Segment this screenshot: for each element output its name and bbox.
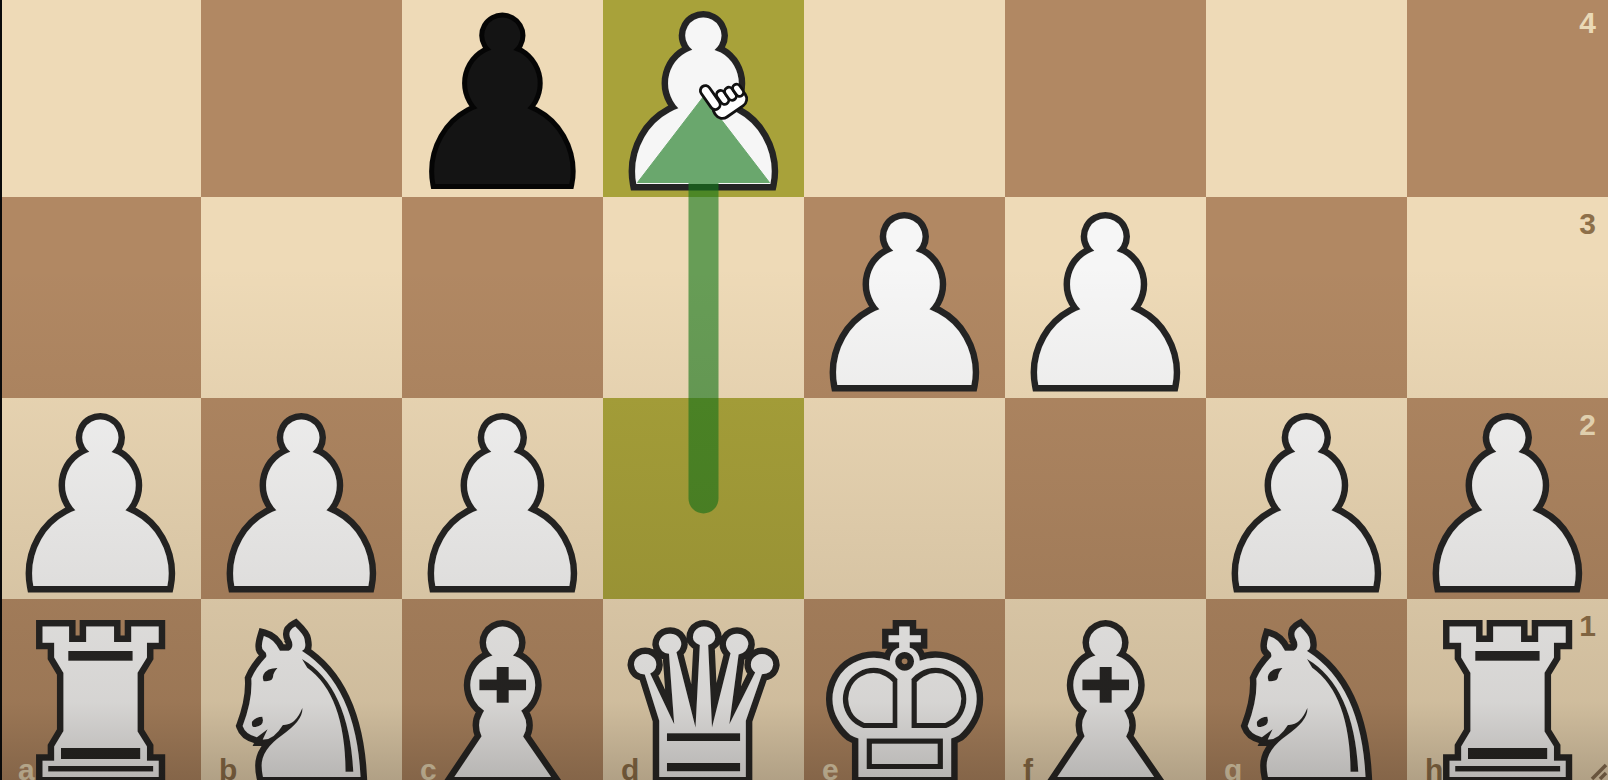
square-f4[interactable] xyxy=(1005,0,1206,197)
square-c4[interactable]: ♟ xyxy=(402,0,603,197)
chess-board[interactable]: ♟♟4♟♟3♟♟♟♟♟2♜a♞b♝c♛d♚e♝f♞g♜1h xyxy=(0,0,1608,780)
white-pawn[interactable]: ♟ xyxy=(402,406,603,607)
square-b4[interactable] xyxy=(201,0,402,197)
square-e3[interactable]: ♟ xyxy=(804,197,1005,398)
square-h2[interactable]: ♟2 xyxy=(1407,398,1608,599)
square-a1[interactable]: ♜a xyxy=(0,599,201,780)
square-a2[interactable]: ♟ xyxy=(0,398,201,599)
file-label-f: f xyxy=(1023,755,1033,780)
square-d4[interactable]: ♟ xyxy=(603,0,804,197)
file-label-h: h xyxy=(1425,755,1443,780)
white-pawn[interactable]: ♟ xyxy=(603,4,804,205)
file-label-d: d xyxy=(621,755,639,780)
square-d1[interactable]: ♛d xyxy=(603,599,804,780)
white-pawn[interactable]: ♟ xyxy=(1005,205,1206,406)
square-a4[interactable] xyxy=(0,0,201,197)
square-g1[interactable]: ♞g xyxy=(1206,599,1407,780)
square-e4[interactable] xyxy=(804,0,1005,197)
file-label-e: e xyxy=(822,755,839,780)
square-d2[interactable] xyxy=(603,398,804,599)
letterbox-edge xyxy=(0,0,2,780)
square-b3[interactable] xyxy=(201,197,402,398)
white-bishop[interactable]: ♝ xyxy=(1005,605,1206,780)
white-pawn[interactable]: ♟ xyxy=(201,406,402,607)
file-label-c: c xyxy=(420,755,437,780)
white-pawn[interactable]: ♟ xyxy=(804,205,1005,406)
square-f3[interactable]: ♟ xyxy=(1005,197,1206,398)
board-viewport: ♟♟4♟♟3♟♟♟♟♟2♜a♞b♝c♛d♚e♝f♞g♜1h xyxy=(0,0,1608,780)
square-a3[interactable] xyxy=(0,197,201,398)
last-move-highlight-d2 xyxy=(603,398,804,599)
square-h4[interactable]: 4 xyxy=(1407,0,1608,197)
rank-label-2: 2 xyxy=(1579,410,1596,440)
file-label-b: b xyxy=(219,755,237,780)
square-h3[interactable]: 3 xyxy=(1407,197,1608,398)
rank-label-4: 4 xyxy=(1579,8,1596,38)
square-g2[interactable]: ♟ xyxy=(1206,398,1407,599)
square-b1[interactable]: ♞b xyxy=(201,599,402,780)
file-label-a: a xyxy=(18,755,35,780)
square-c1[interactable]: ♝c xyxy=(402,599,603,780)
square-h1[interactable]: ♜1h xyxy=(1407,599,1608,780)
black-pawn[interactable]: ♟ xyxy=(402,4,603,205)
square-f1[interactable]: ♝f xyxy=(1005,599,1206,780)
square-g4[interactable] xyxy=(1206,0,1407,197)
rank-label-3: 3 xyxy=(1579,209,1596,239)
square-b2[interactable]: ♟ xyxy=(201,398,402,599)
square-c2[interactable]: ♟ xyxy=(402,398,603,599)
file-label-g: g xyxy=(1224,755,1242,780)
white-pawn[interactable]: ♟ xyxy=(1206,406,1407,607)
white-pawn[interactable]: ♟ xyxy=(1407,406,1608,607)
square-g3[interactable] xyxy=(1206,197,1407,398)
white-pawn[interactable]: ♟ xyxy=(0,406,201,607)
rank-label-1: 1 xyxy=(1579,611,1596,641)
square-e1[interactable]: ♚e xyxy=(804,599,1005,780)
